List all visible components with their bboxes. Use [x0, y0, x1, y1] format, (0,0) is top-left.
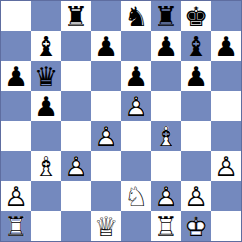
- square-h2[interactable]: [211, 181, 241, 211]
- piece-white-king: ♚: [181, 211, 211, 241]
- square-g8[interactable]: ♚: [181, 1, 211, 31]
- square-h4[interactable]: [211, 121, 241, 151]
- square-f4[interactable]: ♝♗: [151, 121, 181, 151]
- square-a2[interactable]: ♟♙: [1, 181, 31, 211]
- piece-white-pawn-outline: ♙: [211, 151, 241, 181]
- square-b8[interactable]: [31, 1, 61, 31]
- square-f2[interactable]: ♟♙: [151, 181, 181, 211]
- piece-white-pawn: ♟: [91, 121, 121, 151]
- piece-white-rook-outline: ♖: [151, 211, 181, 241]
- piece-white-pawn-outline: ♙: [181, 181, 211, 211]
- chess-board: ♜♞♜♚♝♟♟♝♟♟♛♟♟♟♟♙♟♙♝♗♝♗♟♙♟♙♟♙♞♘♟♙♟♙♜♖♛♕♜♖…: [0, 0, 242, 242]
- square-h1[interactable]: [211, 211, 241, 241]
- square-f1[interactable]: ♜♖: [151, 211, 181, 241]
- square-c3[interactable]: ♟♙: [61, 151, 91, 181]
- piece-white-knight-outline: ♘: [121, 181, 151, 211]
- square-d7[interactable]: ♟: [91, 31, 121, 61]
- square-b7[interactable]: ♝: [31, 31, 61, 61]
- square-f8[interactable]: ♜: [151, 1, 181, 31]
- piece-white-pawn-outline: ♙: [121, 91, 151, 121]
- square-c4[interactable]: [61, 121, 91, 151]
- square-e7[interactable]: [121, 31, 151, 61]
- piece-white-pawn-outline: ♙: [1, 181, 31, 211]
- square-h5[interactable]: [211, 91, 241, 121]
- square-c5[interactable]: [61, 91, 91, 121]
- piece-white-pawn: ♟: [61, 151, 91, 181]
- piece-black-pawn: ♟: [91, 31, 121, 61]
- square-e1[interactable]: [121, 211, 151, 241]
- square-g4[interactable]: [181, 121, 211, 151]
- square-g6[interactable]: ♟: [181, 61, 211, 91]
- piece-white-queen-outline: ♕: [91, 211, 121, 241]
- square-d2[interactable]: [91, 181, 121, 211]
- square-g7[interactable]: ♝: [181, 31, 211, 61]
- square-e4[interactable]: [121, 121, 151, 151]
- square-c6[interactable]: [61, 61, 91, 91]
- piece-white-rook: ♜: [1, 211, 31, 241]
- piece-black-pawn: ♟: [151, 31, 181, 61]
- piece-black-pawn: ♟: [1, 61, 31, 91]
- square-f3[interactable]: [151, 151, 181, 181]
- square-f7[interactable]: ♟: [151, 31, 181, 61]
- piece-white-rook-outline: ♖: [1, 211, 31, 241]
- square-b1[interactable]: [31, 211, 61, 241]
- piece-black-king: ♚: [181, 1, 211, 31]
- square-d8[interactable]: [91, 1, 121, 31]
- square-g1[interactable]: ♚♔: [181, 211, 211, 241]
- piece-black-pawn: ♟: [181, 61, 211, 91]
- square-c2[interactable]: [61, 181, 91, 211]
- piece-white-pawn: ♟: [151, 181, 181, 211]
- square-h6[interactable]: [211, 61, 241, 91]
- piece-black-bishop: ♝: [31, 31, 61, 61]
- square-d1[interactable]: ♛♕: [91, 211, 121, 241]
- square-f6[interactable]: [151, 61, 181, 91]
- piece-black-rook: ♜: [151, 1, 181, 31]
- piece-black-bishop: ♝: [181, 31, 211, 61]
- square-g5[interactable]: [181, 91, 211, 121]
- square-b2[interactable]: [31, 181, 61, 211]
- square-b3[interactable]: ♝♗: [31, 151, 61, 181]
- piece-white-bishop-outline: ♗: [151, 121, 181, 151]
- square-a1[interactable]: ♜♖: [1, 211, 31, 241]
- square-b6[interactable]: ♛: [31, 61, 61, 91]
- square-a3[interactable]: [1, 151, 31, 181]
- piece-white-rook: ♜: [151, 211, 181, 241]
- piece-black-knight: ♞: [121, 1, 151, 31]
- square-b4[interactable]: [31, 121, 61, 151]
- square-d6[interactable]: [91, 61, 121, 91]
- piece-black-rook: ♜: [61, 1, 91, 31]
- piece-white-king-outline: ♔: [181, 211, 211, 241]
- piece-white-bishop-outline: ♗: [31, 151, 61, 181]
- square-d3[interactable]: [91, 151, 121, 181]
- square-e3[interactable]: [121, 151, 151, 181]
- piece-white-bishop: ♝: [151, 121, 181, 151]
- piece-white-pawn: ♟: [181, 181, 211, 211]
- piece-white-knight: ♞: [121, 181, 151, 211]
- square-a6[interactable]: ♟: [1, 61, 31, 91]
- square-e2[interactable]: ♞♘: [121, 181, 151, 211]
- square-a8[interactable]: [1, 1, 31, 31]
- piece-white-pawn: ♟: [121, 91, 151, 121]
- square-f5[interactable]: [151, 91, 181, 121]
- square-a5[interactable]: [1, 91, 31, 121]
- square-a4[interactable]: [1, 121, 31, 151]
- piece-black-pawn: ♟: [31, 91, 61, 121]
- square-d5[interactable]: [91, 91, 121, 121]
- square-e6[interactable]: ♟: [121, 61, 151, 91]
- square-h7[interactable]: ♟: [211, 31, 241, 61]
- square-e5[interactable]: ♟♙: [121, 91, 151, 121]
- square-b5[interactable]: ♟: [31, 91, 61, 121]
- square-c7[interactable]: [61, 31, 91, 61]
- piece-white-queen: ♛: [91, 211, 121, 241]
- square-e8[interactable]: ♞: [121, 1, 151, 31]
- square-g3[interactable]: [181, 151, 211, 181]
- piece-white-pawn-outline: ♙: [61, 151, 91, 181]
- piece-white-pawn-outline: ♙: [151, 181, 181, 211]
- piece-white-pawn-outline: ♙: [91, 121, 121, 151]
- square-h3[interactable]: ♟♙: [211, 151, 241, 181]
- piece-white-pawn: ♟: [1, 181, 31, 211]
- square-a7[interactable]: [1, 31, 31, 61]
- square-c8[interactable]: ♜: [61, 1, 91, 31]
- square-g2[interactable]: ♟♙: [181, 181, 211, 211]
- piece-black-pawn: ♟: [121, 61, 151, 91]
- piece-white-pawn: ♟: [211, 151, 241, 181]
- piece-white-bishop: ♝: [31, 151, 61, 181]
- piece-black-pawn: ♟: [211, 31, 241, 61]
- square-c1[interactable]: [61, 211, 91, 241]
- square-d4[interactable]: ♟♙: [91, 121, 121, 151]
- piece-black-queen: ♛: [31, 61, 61, 91]
- square-h8[interactable]: [211, 1, 241, 31]
